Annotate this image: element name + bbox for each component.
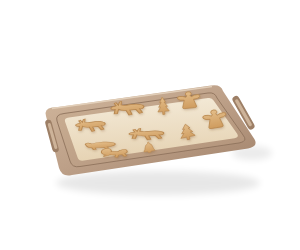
photo-stage [0,0,300,250]
scene-svg [0,0,300,250]
tray-shadow [56,171,260,195]
